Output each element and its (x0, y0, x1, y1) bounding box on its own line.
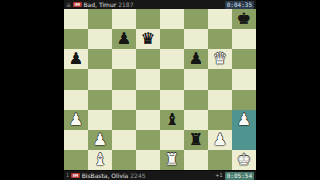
square-h1[interactable]: ♚ (232, 150, 256, 170)
square-e5[interactable] (160, 69, 184, 89)
right-letterbox (256, 0, 320, 180)
board: ♚♟♛♟♟♛♟♝♟♟♜♟♝♜♚ (64, 9, 256, 170)
top-player-title-badge: IM (73, 2, 81, 7)
square-g1[interactable] (208, 150, 232, 170)
square-a3[interactable]: ♟ (64, 110, 88, 130)
square-c4[interactable] (112, 90, 136, 110)
square-a4[interactable] (64, 90, 88, 110)
square-e6[interactable] (160, 49, 184, 69)
square-f7[interactable] (184, 29, 208, 49)
square-b6[interactable] (88, 49, 112, 69)
square-g3[interactable] (208, 110, 232, 130)
bottom-player-rating: 2245 (130, 173, 145, 179)
square-c1[interactable] (112, 150, 136, 170)
piece-white-pawn[interactable]: ♟ (69, 111, 83, 127)
square-e8[interactable] (160, 9, 184, 29)
piece-black-pawn[interactable]: ♟ (69, 51, 83, 67)
square-a7[interactable] (64, 29, 88, 49)
square-b7[interactable] (88, 29, 112, 49)
square-b2[interactable]: ♟ (88, 130, 112, 150)
piece-white-queen[interactable]: ♛ (213, 51, 227, 67)
square-a6[interactable]: ♟ (64, 49, 88, 69)
top-player-bar: ≡ IM Bad, Timur 2187 0:04:35 (64, 0, 256, 9)
top-player-rating: 2187 (118, 2, 133, 8)
square-b1[interactable]: ♝ (88, 150, 112, 170)
top-player-clock: 0:04:35 (225, 1, 254, 9)
piece-black-rook[interactable]: ♜ (189, 131, 203, 147)
square-f2[interactable]: ♜ (184, 130, 208, 150)
square-e3[interactable]: ♝ (160, 110, 184, 130)
square-f6[interactable]: ♟ (184, 49, 208, 69)
bottom-player-clock: 0:05:54 (225, 172, 254, 180)
square-c6[interactable] (112, 49, 136, 69)
piece-white-king[interactable]: ♚ (237, 151, 251, 167)
square-d8[interactable] (136, 9, 160, 29)
piece-black-pawn[interactable]: ♟ (189, 51, 203, 67)
square-d7[interactable]: ♛ (136, 29, 160, 49)
square-a1[interactable] (64, 150, 88, 170)
piece-black-pawn[interactable]: ♟ (117, 31, 131, 47)
square-h6[interactable] (232, 49, 256, 69)
square-f8[interactable] (184, 9, 208, 29)
square-b5[interactable] (88, 69, 112, 89)
square-d6[interactable] (136, 49, 160, 69)
square-d5[interactable] (136, 69, 160, 89)
piece-black-queen[interactable]: ♛ (141, 31, 155, 47)
square-d4[interactable] (136, 90, 160, 110)
square-g8[interactable] (208, 9, 232, 29)
piece-white-pawn[interactable]: ♟ (213, 131, 227, 147)
square-h3[interactable]: ♟ (232, 110, 256, 130)
material-advantage: +1 (215, 173, 222, 178)
square-g6[interactable]: ♛ (208, 49, 232, 69)
bottom-player-name[interactable]: BisBasta, Olivia (82, 173, 129, 179)
square-g4[interactable] (208, 90, 232, 110)
square-d1[interactable] (136, 150, 160, 170)
square-h7[interactable] (232, 29, 256, 49)
square-a2[interactable] (64, 130, 88, 150)
piece-black-king[interactable]: ♚ (237, 11, 251, 27)
square-f5[interactable] (184, 69, 208, 89)
square-h8[interactable]: ♚ (232, 9, 256, 29)
square-d2[interactable] (136, 130, 160, 150)
square-a8[interactable] (64, 9, 88, 29)
bottom-player-title-badge: IM (71, 173, 79, 178)
game-index: 1 (66, 173, 69, 178)
piece-white-pawn[interactable]: ♟ (237, 111, 251, 127)
square-h5[interactable] (232, 69, 256, 89)
piece-black-bishop[interactable]: ♝ (165, 111, 179, 127)
square-d3[interactable] (136, 110, 160, 130)
square-g2[interactable]: ♟ (208, 130, 232, 150)
game-panel: ≡ IM Bad, Timur 2187 0:04:35 ♚♟♛♟♟♛♟♝♟♟♜… (64, 0, 256, 180)
square-f3[interactable] (184, 110, 208, 130)
square-c5[interactable] (112, 69, 136, 89)
square-c3[interactable] (112, 110, 136, 130)
square-f4[interactable] (184, 90, 208, 110)
square-b3[interactable] (88, 110, 112, 130)
app-screen: ≡ IM Bad, Timur 2187 0:04:35 ♚♟♛♟♟♛♟♝♟♟♜… (0, 0, 320, 180)
square-h2[interactable] (232, 130, 256, 150)
square-a5[interactable] (64, 69, 88, 89)
square-e2[interactable] (160, 130, 184, 150)
menu-icon[interactable]: ≡ (66, 2, 71, 8)
square-g7[interactable] (208, 29, 232, 49)
piece-white-rook[interactable]: ♜ (165, 151, 179, 167)
square-h4[interactable] (232, 90, 256, 110)
top-player-name[interactable]: Bad, Timur (84, 2, 117, 8)
square-e7[interactable] (160, 29, 184, 49)
square-c7[interactable]: ♟ (112, 29, 136, 49)
bottom-player-bar: 1 IM BisBasta, Olivia 2245 +1 0:05:54 (64, 170, 256, 180)
square-e1[interactable]: ♜ (160, 150, 184, 170)
square-c2[interactable] (112, 130, 136, 150)
square-b8[interactable] (88, 9, 112, 29)
square-c8[interactable] (112, 9, 136, 29)
square-e4[interactable] (160, 90, 184, 110)
square-g5[interactable] (208, 69, 232, 89)
square-f1[interactable] (184, 150, 208, 170)
left-letterbox (0, 0, 64, 180)
square-b4[interactable] (88, 90, 112, 110)
piece-white-bishop[interactable]: ♝ (93, 151, 107, 167)
piece-white-pawn[interactable]: ♟ (93, 131, 107, 147)
